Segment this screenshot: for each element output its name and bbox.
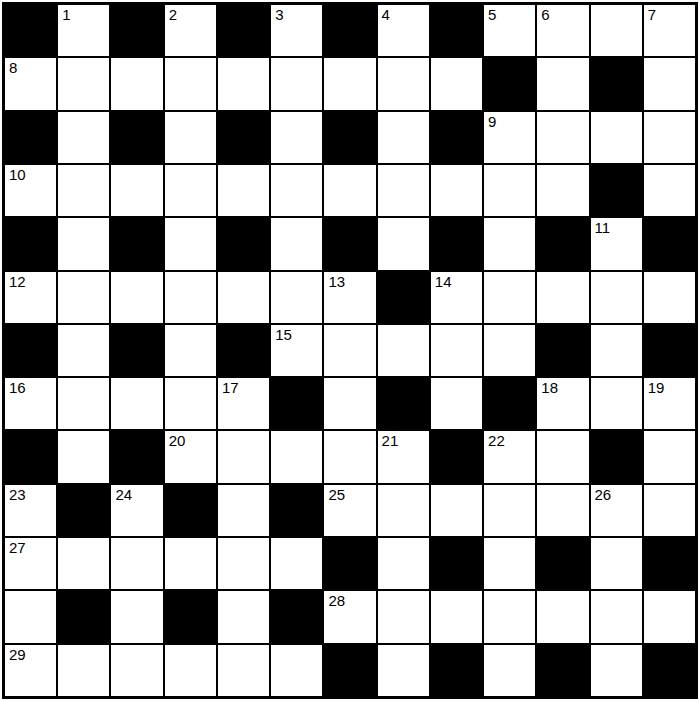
cell-r9-c2[interactable]: 24 (111, 485, 162, 536)
cell-r9-c4[interactable] (218, 485, 269, 536)
cell-r4-c4 (218, 218, 269, 269)
clue-number-13: 13 (328, 273, 345, 290)
cell-r3-c0[interactable]: 10 (5, 165, 56, 216)
cell-r2-c9[interactable]: 9 (484, 112, 535, 163)
cell-r8-c6[interactable] (324, 431, 375, 482)
cell-r2-c3[interactable] (165, 112, 216, 163)
cell-r7-c7 (378, 378, 429, 429)
cell-r9-c7[interactable] (378, 485, 429, 536)
cell-r7-c3[interactable] (165, 378, 216, 429)
cell-r8-c5[interactable] (271, 431, 322, 482)
cell-r8-c3[interactable]: 20 (165, 431, 216, 482)
cell-r3-c12[interactable] (644, 165, 695, 216)
cell-r8-c0 (5, 431, 56, 482)
clue-number-27: 27 (9, 539, 26, 556)
cell-r12-c11[interactable] (591, 645, 642, 696)
cell-r0-c9[interactable]: 5 (484, 5, 535, 56)
cell-r11-c3 (165, 591, 216, 642)
cell-r12-c9[interactable] (484, 645, 535, 696)
cell-r10-c12 (644, 538, 695, 589)
cell-r0-c8 (431, 5, 482, 56)
cell-r0-c12[interactable]: 7 (644, 5, 695, 56)
clue-number-19: 19 (648, 379, 665, 396)
cell-r1-c0[interactable]: 8 (5, 58, 56, 109)
cell-r12-c4[interactable] (218, 645, 269, 696)
cell-r9-c8[interactable] (431, 485, 482, 536)
cell-r3-c1[interactable] (58, 165, 109, 216)
clue-number-21: 21 (382, 432, 399, 449)
cell-r8-c1[interactable] (58, 431, 109, 482)
cell-r10-c7[interactable] (378, 538, 429, 589)
cell-r9-c12[interactable] (644, 485, 695, 536)
cell-r12-c0[interactable]: 29 (5, 645, 56, 696)
cell-r6-c12 (644, 325, 695, 376)
cell-r12-c6 (324, 645, 375, 696)
cell-r4-c3[interactable] (165, 218, 216, 269)
cell-r4-c6 (324, 218, 375, 269)
cell-r10-c11[interactable] (591, 538, 642, 589)
cell-r1-c9 (484, 58, 535, 109)
cell-r11-c0[interactable] (5, 591, 56, 642)
cell-r0-c7[interactable]: 4 (378, 5, 429, 56)
cell-r0-c4 (218, 5, 269, 56)
cell-r7-c9 (484, 378, 535, 429)
cell-r7-c1[interactable] (58, 378, 109, 429)
cell-r3-c6[interactable] (324, 165, 375, 216)
cell-r1-c6[interactable] (324, 58, 375, 109)
cell-r0-c3[interactable]: 2 (165, 5, 216, 56)
clue-number-28: 28 (328, 592, 345, 609)
cell-r1-c2[interactable] (111, 58, 162, 109)
cell-r5-c1[interactable] (58, 272, 109, 323)
cell-r1-c11 (591, 58, 642, 109)
cell-r9-c1 (58, 485, 109, 536)
cell-r11-c7[interactable] (378, 591, 429, 642)
cell-r0-c11[interactable] (591, 5, 642, 56)
cell-r9-c9[interactable] (484, 485, 535, 536)
cell-r4-c0 (5, 218, 56, 269)
cell-r8-c7[interactable]: 21 (378, 431, 429, 482)
cell-r2-c0 (5, 112, 56, 163)
clue-number-22: 22 (488, 432, 505, 449)
cell-r0-c1[interactable]: 1 (58, 5, 109, 56)
cell-r12-c8 (431, 645, 482, 696)
cell-r3-c7[interactable] (378, 165, 429, 216)
cell-r2-c6 (324, 112, 375, 163)
cell-r10-c2[interactable] (111, 538, 162, 589)
cell-r2-c10[interactable] (537, 112, 588, 163)
cell-r8-c11 (591, 431, 642, 482)
cell-r3-c2[interactable] (111, 165, 162, 216)
cell-r6-c2 (111, 325, 162, 376)
cell-r11-c1 (58, 591, 109, 642)
cell-r11-c12[interactable] (644, 591, 695, 642)
cell-r1-c10[interactable] (537, 58, 588, 109)
cell-r1-c1[interactable] (58, 58, 109, 109)
cell-r4-c8 (431, 218, 482, 269)
cell-r5-c0[interactable]: 12 (5, 272, 56, 323)
cell-r7-c5 (271, 378, 322, 429)
cell-r12-c12 (644, 645, 695, 696)
clue-number-12: 12 (9, 273, 26, 290)
cell-r6-c6[interactable] (324, 325, 375, 376)
cell-r0-c5[interactable]: 3 (271, 5, 322, 56)
cell-r6-c7[interactable] (378, 325, 429, 376)
cell-r5-c5[interactable] (271, 272, 322, 323)
cell-r10-c1[interactable] (58, 538, 109, 589)
cell-r8-c8 (431, 431, 482, 482)
cell-r8-c4[interactable] (218, 431, 269, 482)
cell-r4-c12 (644, 218, 695, 269)
cell-r11-c9[interactable] (484, 591, 535, 642)
clue-number-3: 3 (275, 6, 283, 23)
cell-r10-c9[interactable] (484, 538, 535, 589)
cell-r4-c9[interactable] (484, 218, 535, 269)
cell-r11-c6[interactable]: 28 (324, 591, 375, 642)
cell-r5-c3[interactable] (165, 272, 216, 323)
cell-r12-c2[interactable] (111, 645, 162, 696)
cell-r7-c12[interactable]: 19 (644, 378, 695, 429)
cell-r7-c10[interactable]: 18 (537, 378, 588, 429)
cell-r2-c7[interactable] (378, 112, 429, 163)
cell-r0-c0 (5, 5, 56, 56)
cell-r12-c1[interactable] (58, 645, 109, 696)
clue-number-26: 26 (595, 486, 612, 503)
clue-number-10: 10 (9, 166, 26, 183)
clue-number-5: 5 (488, 6, 496, 23)
cell-r11-c8[interactable] (431, 591, 482, 642)
clue-number-24: 24 (115, 486, 132, 503)
cell-r11-c4[interactable] (218, 591, 269, 642)
clue-number-17: 17 (222, 379, 239, 396)
cell-r1-c8[interactable] (431, 58, 482, 109)
cell-r4-c5[interactable] (271, 218, 322, 269)
clue-number-11: 11 (595, 219, 611, 236)
cell-r2-c5[interactable] (271, 112, 322, 163)
cell-r9-c3 (165, 485, 216, 536)
clue-number-29: 29 (9, 646, 26, 663)
cell-r10-c3[interactable] (165, 538, 216, 589)
cell-r5-c8[interactable]: 14 (431, 272, 482, 323)
crossword-page: 1234567891011121314151617181920212223242… (0, 0, 700, 701)
cell-r6-c10 (537, 325, 588, 376)
cell-r10-c4[interactable] (218, 538, 269, 589)
cell-r12-c7[interactable] (378, 645, 429, 696)
cell-r5-c12[interactable] (644, 272, 695, 323)
cell-r3-c4[interactable] (218, 165, 269, 216)
cell-r8-c12[interactable] (644, 431, 695, 482)
clue-number-8: 8 (9, 59, 17, 76)
cell-r11-c2[interactable] (111, 591, 162, 642)
clue-number-20: 20 (169, 432, 186, 449)
cell-r8-c9[interactable]: 22 (484, 431, 535, 482)
cell-r6-c3[interactable] (165, 325, 216, 376)
cell-r4-c2 (111, 218, 162, 269)
clue-number-2: 2 (169, 6, 177, 23)
cell-r4-c1[interactable] (58, 218, 109, 269)
cell-r10-c10 (537, 538, 588, 589)
cell-r5-c6[interactable]: 13 (324, 272, 375, 323)
cell-r1-c5[interactable] (271, 58, 322, 109)
cell-r7-c2[interactable] (111, 378, 162, 429)
cell-r9-c5 (271, 485, 322, 536)
cell-r7-c4[interactable]: 17 (218, 378, 269, 429)
cell-r9-c0[interactable]: 23 (5, 485, 56, 536)
cell-r8-c2 (111, 431, 162, 482)
clue-number-16: 16 (9, 379, 26, 396)
cell-r5-c2[interactable] (111, 272, 162, 323)
cell-r3-c11 (591, 165, 642, 216)
cell-r6-c11[interactable] (591, 325, 642, 376)
clue-number-23: 23 (9, 486, 26, 503)
cell-r4-c10 (537, 218, 588, 269)
cell-r11-c10[interactable] (537, 591, 588, 642)
cell-r12-c10 (537, 645, 588, 696)
cell-r7-c11[interactable] (591, 378, 642, 429)
cell-r12-c3[interactable] (165, 645, 216, 696)
cell-r3-c9[interactable] (484, 165, 535, 216)
clue-number-18: 18 (541, 379, 558, 396)
cell-r2-c12[interactable] (644, 112, 695, 163)
cell-r10-c0[interactable]: 27 (5, 538, 56, 589)
cell-r5-c11[interactable] (591, 272, 642, 323)
cell-r6-c4 (218, 325, 269, 376)
cell-r5-c10[interactable] (537, 272, 588, 323)
cell-r0-c6 (324, 5, 375, 56)
cell-r4-c11[interactable]: 11 (591, 218, 642, 269)
cell-r8-c10[interactable] (537, 431, 588, 482)
cell-r12-c5[interactable] (271, 645, 322, 696)
cell-r3-c5[interactable] (271, 165, 322, 216)
clue-number-15: 15 (275, 326, 292, 343)
cell-r5-c7 (378, 272, 429, 323)
clue-number-1: 1 (62, 6, 70, 23)
cell-r6-c1[interactable] (58, 325, 109, 376)
cell-r6-c0 (5, 325, 56, 376)
cell-r10-c6 (324, 538, 375, 589)
cell-r1-c12[interactable] (644, 58, 695, 109)
cell-r11-c11[interactable] (591, 591, 642, 642)
cell-r9-c11[interactable]: 26 (591, 485, 642, 536)
cell-r3-c8[interactable] (431, 165, 482, 216)
cell-r7-c0[interactable]: 16 (5, 378, 56, 429)
clue-number-9: 9 (488, 113, 496, 130)
cell-r9-c10[interactable] (537, 485, 588, 536)
cell-r5-c4[interactable] (218, 272, 269, 323)
cell-r9-c6[interactable]: 25 (324, 485, 375, 536)
cell-r5-c9[interactable] (484, 272, 535, 323)
cell-r2-c2 (111, 112, 162, 163)
clue-number-6: 6 (541, 6, 549, 23)
cell-r7-c6[interactable] (324, 378, 375, 429)
clue-number-14: 14 (435, 273, 452, 290)
crossword-grid: 1234567891011121314151617181920212223242… (2, 2, 698, 699)
cell-r6-c9[interactable] (484, 325, 535, 376)
cell-r2-c11[interactable] (591, 112, 642, 163)
cell-r3-c10[interactable] (537, 165, 588, 216)
cell-r6-c8[interactable] (431, 325, 482, 376)
cell-r0-c10[interactable]: 6 (537, 5, 588, 56)
cell-r2-c1[interactable] (58, 112, 109, 163)
cell-r4-c7[interactable] (378, 218, 429, 269)
clue-number-7: 7 (648, 6, 656, 23)
cell-r0-c2 (111, 5, 162, 56)
cell-r3-c3[interactable] (165, 165, 216, 216)
clue-number-4: 4 (382, 6, 390, 23)
cell-r1-c4[interactable] (218, 58, 269, 109)
cell-r10-c5[interactable] (271, 538, 322, 589)
cell-r2-c4 (218, 112, 269, 163)
clue-number-25: 25 (328, 486, 345, 503)
cell-r11-c5 (271, 591, 322, 642)
cell-r2-c8 (431, 112, 482, 163)
cell-r1-c3[interactable] (165, 58, 216, 109)
cell-r10-c8 (431, 538, 482, 589)
cell-r1-c7[interactable] (378, 58, 429, 109)
cell-r6-c5[interactable]: 15 (271, 325, 322, 376)
cell-r7-c8[interactable] (431, 378, 482, 429)
